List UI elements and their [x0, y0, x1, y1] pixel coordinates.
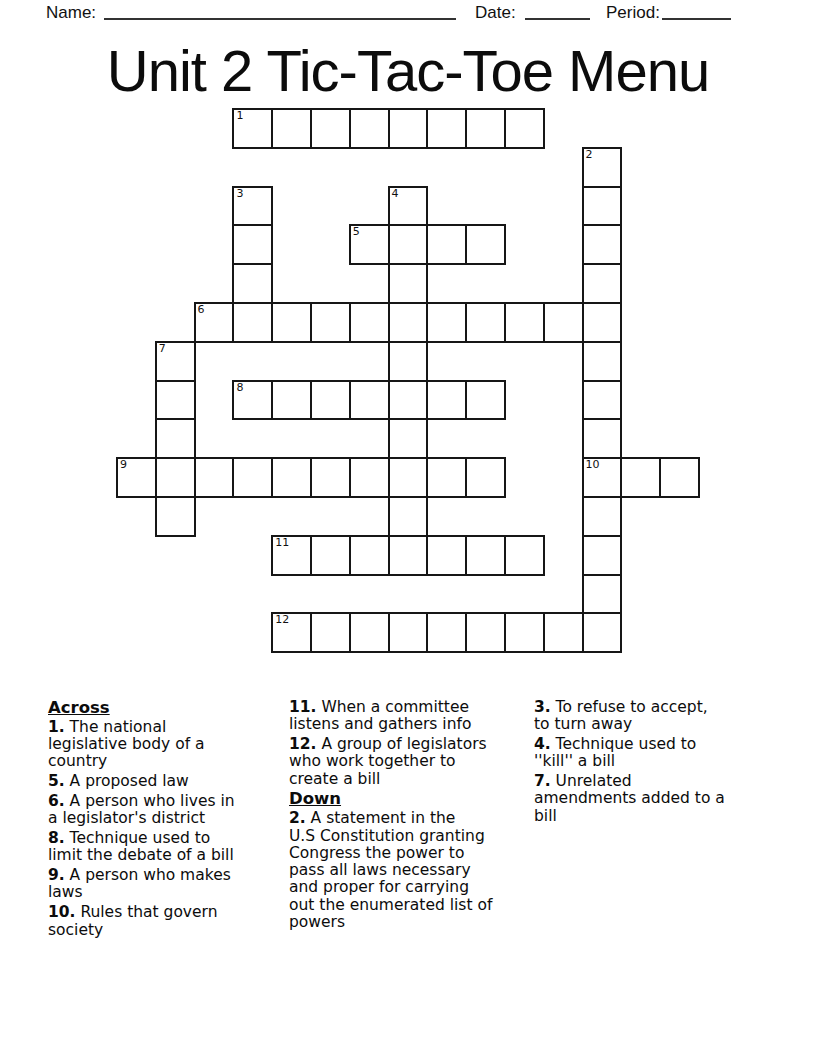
cell-r8-c1[interactable] — [155, 418, 196, 459]
cell-r10-c1[interactable] — [155, 496, 196, 537]
cell-r5-c4[interactable] — [271, 302, 312, 343]
cell-r9-c9[interactable] — [465, 457, 506, 498]
cell-r5-c2[interactable]: 6 — [194, 302, 235, 343]
clue-1-across: 1. The nationallegislative body of acoun… — [48, 719, 235, 771]
clue-number-label: 11. — [289, 698, 316, 716]
cell-r13-c7[interactable] — [388, 612, 429, 653]
clues-column-2: 11. When a committeelistens and gathers … — [289, 699, 492, 934]
cell-r7-c3[interactable]: 8 — [232, 380, 273, 421]
cell-r13-c9[interactable] — [465, 612, 506, 653]
clue-number-label: 10. — [48, 903, 75, 921]
clue-3-down: 3. To refuse to accept,to turn away — [534, 699, 725, 734]
clue-7-down: 7. Unrelatedamendments added to abill — [534, 773, 725, 825]
cell-r2-c7[interactable]: 4 — [388, 186, 429, 227]
clue-number-label: 12. — [289, 735, 316, 753]
cell-r11-c9[interactable] — [465, 535, 506, 576]
cell-r11-c7[interactable] — [388, 535, 429, 576]
cell-r6-c12[interactable] — [582, 341, 623, 382]
cell-r13-c8[interactable] — [426, 612, 467, 653]
cell-r0-c5[interactable] — [310, 108, 351, 149]
cell-r7-c1[interactable] — [155, 380, 196, 421]
cell-r9-c7[interactable] — [388, 457, 429, 498]
cell-r5-c9[interactable] — [465, 302, 506, 343]
cell-r3-c9[interactable] — [465, 224, 506, 265]
cell-r13-c11[interactable] — [543, 612, 584, 653]
cell-number-3: 3 — [236, 188, 243, 200]
clue-number-label: 4. — [534, 735, 551, 753]
cell-r5-c11[interactable] — [543, 302, 584, 343]
cell-r9-c2[interactable] — [194, 457, 235, 498]
cell-r3-c3[interactable] — [232, 224, 273, 265]
cell-number-2: 2 — [586, 149, 593, 161]
cell-r0-c6[interactable] — [349, 108, 390, 149]
clue-9-across: 9. A person who makeslaws — [48, 867, 235, 902]
cell-r4-c7[interactable] — [388, 263, 429, 304]
cell-r9-c4[interactable] — [271, 457, 312, 498]
clue-11-across: 11. When a committeelistens and gathers … — [289, 699, 492, 734]
cell-r6-c1[interactable]: 7 — [155, 341, 196, 382]
cell-r9-c14[interactable] — [659, 457, 700, 498]
cell-r7-c4[interactable] — [271, 380, 312, 421]
cell-r5-c6[interactable] — [349, 302, 390, 343]
cell-r11-c6[interactable] — [349, 535, 390, 576]
period-blank-line[interactable] — [662, 18, 731, 20]
cell-r3-c6[interactable]: 5 — [349, 224, 390, 265]
clues-heading-down: Down — [289, 790, 492, 807]
cell-number-1: 1 — [236, 110, 243, 122]
cell-r9-c1[interactable] — [155, 457, 196, 498]
cell-r13-c12[interactable] — [582, 612, 623, 653]
cell-r13-c5[interactable] — [310, 612, 351, 653]
clue-4-down: 4. Technique used to''kill'' a bill — [534, 736, 725, 771]
clue-number-label: 6. — [48, 792, 65, 810]
cell-r5-c3[interactable] — [232, 302, 273, 343]
cell-r11-c4[interactable]: 11 — [271, 535, 312, 576]
cell-r0-c9[interactable] — [465, 108, 506, 149]
name-blank-line[interactable] — [104, 18, 456, 20]
clues-column-3: 3. To refuse to accept,to turn away4. Te… — [534, 699, 725, 828]
cell-r7-c7[interactable] — [388, 380, 429, 421]
clue-2-down: 2. A statement in theU.S Constitution gr… — [289, 810, 492, 931]
cell-r11-c5[interactable] — [310, 535, 351, 576]
clue-number-label: 8. — [48, 829, 65, 847]
cell-r5-c5[interactable] — [310, 302, 351, 343]
clue-10-across: 10. Rules that governsociety — [48, 904, 235, 939]
cell-r6-c7[interactable] — [388, 341, 429, 382]
cell-r8-c12[interactable] — [582, 418, 623, 459]
clue-number-label: 5. — [48, 772, 65, 790]
cell-r0-c10[interactable] — [504, 108, 545, 149]
clue-number-label: 7. — [534, 772, 551, 790]
cell-r2-c3[interactable]: 3 — [232, 186, 273, 227]
clue-number-label: 9. — [48, 866, 65, 884]
cell-number-8: 8 — [236, 382, 243, 394]
cell-r9-c8[interactable] — [426, 457, 467, 498]
page-title: Unit 2 Tic-Tac-Toe Menu — [0, 41, 816, 101]
cell-r13-c10[interactable] — [504, 612, 545, 653]
date-label: Date: — [475, 3, 516, 23]
cell-r3-c8[interactable] — [426, 224, 467, 265]
cell-r0-c8[interactable] — [426, 108, 467, 149]
cell-r9-c3[interactable] — [232, 457, 273, 498]
cell-r1-c12[interactable]: 2 — [582, 147, 623, 188]
cell-r9-c13[interactable] — [620, 457, 661, 498]
cell-r4-c12[interactable] — [582, 263, 623, 304]
cell-r0-c3[interactable]: 1 — [232, 108, 273, 149]
cell-r10-c12[interactable] — [582, 496, 623, 537]
cell-r2-c12[interactable] — [582, 186, 623, 227]
cell-r4-c3[interactable] — [232, 263, 273, 304]
cell-r9-c12[interactable]: 10 — [582, 457, 623, 498]
cell-r8-c7[interactable] — [388, 418, 429, 459]
clue-number-label: 2. — [289, 809, 306, 827]
cell-r9-c0[interactable]: 9 — [116, 457, 157, 498]
cell-r0-c7[interactable] — [388, 108, 429, 149]
clue-5-across: 5. A proposed law — [48, 773, 235, 790]
cell-r5-c10[interactable] — [504, 302, 545, 343]
cell-r10-c7[interactable] — [388, 496, 429, 537]
cell-r3-c12[interactable] — [582, 224, 623, 265]
cell-number-4: 4 — [392, 188, 399, 200]
cell-number-10: 10 — [586, 459, 600, 471]
cell-r7-c12[interactable] — [582, 380, 623, 421]
cell-r0-c4[interactable] — [271, 108, 312, 149]
cell-r7-c9[interactable] — [465, 380, 506, 421]
clue-number-label: 1. — [48, 718, 65, 736]
clue-6-across: 6. A person who lives ina legislator's d… — [48, 793, 235, 828]
cell-r7-c8[interactable] — [426, 380, 467, 421]
cell-r5-c7[interactable] — [388, 302, 429, 343]
period-label: Period: — [606, 3, 660, 23]
clues-heading-across: Across — [48, 699, 235, 716]
clue-number-label: 3. — [534, 698, 551, 716]
clues-column-1: Across1. The nationallegislative body of… — [48, 699, 235, 941]
cell-r9-c6[interactable] — [349, 457, 390, 498]
date-blank-line[interactable] — [525, 18, 590, 20]
cell-number-6: 6 — [198, 304, 205, 316]
cell-r7-c6[interactable] — [349, 380, 390, 421]
cell-r13-c4[interactable]: 12 — [271, 612, 312, 653]
cell-r5-c12[interactable] — [582, 302, 623, 343]
cell-number-9: 9 — [120, 459, 127, 471]
cell-r11-c10[interactable] — [504, 535, 545, 576]
cell-r12-c12[interactable] — [582, 574, 623, 615]
cell-r11-c8[interactable] — [426, 535, 467, 576]
clue-8-across: 8. Technique used tolimit the debate of … — [48, 830, 235, 865]
cell-number-5: 5 — [353, 226, 360, 238]
cell-number-11: 11 — [275, 537, 289, 549]
clue-12-across: 12. A group of legislatorswho work toget… — [289, 736, 492, 788]
cell-r9-c5[interactable] — [310, 457, 351, 498]
cell-number-7: 7 — [159, 343, 166, 355]
name-label: Name: — [46, 3, 96, 23]
cell-r11-c12[interactable] — [582, 535, 623, 576]
cell-r7-c5[interactable] — [310, 380, 351, 421]
crossword-grid: 123456789101112 — [116, 108, 700, 653]
cell-r13-c6[interactable] — [349, 612, 390, 653]
cell-r3-c7[interactable] — [388, 224, 429, 265]
cell-r5-c8[interactable] — [426, 302, 467, 343]
worksheet-page: Name: Date: Period: Unit 2 Tic-Tac-Toe M… — [0, 0, 816, 1056]
cell-number-12: 12 — [275, 614, 289, 626]
